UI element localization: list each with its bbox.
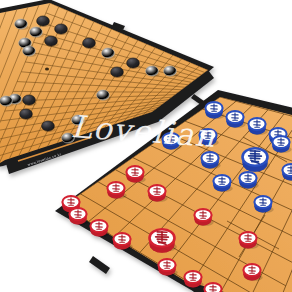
go-stone-black bbox=[83, 38, 96, 48]
janggi-piece-blue-guard bbox=[272, 136, 291, 153]
product-photo: www.lovelian.co.kr Lovelian bbox=[0, 0, 292, 292]
go-stone-white bbox=[97, 90, 110, 100]
go-stone-white bbox=[23, 46, 36, 56]
go-stone-black bbox=[42, 121, 55, 131]
janggi-piece-red-horse bbox=[69, 208, 88, 225]
go-stone-white bbox=[146, 66, 159, 76]
go-stone-white bbox=[30, 27, 43, 37]
janggi-piece-blue-soldier bbox=[254, 196, 273, 213]
janggi-piece-red-soldier bbox=[148, 185, 167, 202]
go-star-point bbox=[45, 68, 49, 71]
janggi-piece-blue-soldier bbox=[201, 152, 220, 169]
go-stone-black bbox=[55, 24, 68, 34]
go-stone-black bbox=[127, 58, 140, 68]
janggi-piece-blue-cannon bbox=[226, 111, 245, 128]
janggi-piece-blue-guard bbox=[248, 118, 267, 135]
janggi-piece-red-guard bbox=[158, 259, 177, 276]
janggi-piece-red-soldier bbox=[239, 232, 258, 249]
janggi-piece-red-soldier bbox=[126, 166, 145, 183]
janggi-piece-red-guard bbox=[113, 233, 132, 250]
janggi-case-clasp bbox=[191, 94, 204, 105]
go-stone-white bbox=[15, 19, 28, 29]
go-stone-black bbox=[45, 36, 58, 46]
go-stone-white bbox=[0, 96, 12, 106]
go-stone-black bbox=[20, 109, 33, 119]
janggi-piece-red-general bbox=[150, 229, 177, 253]
go-stone-black bbox=[37, 16, 50, 26]
janggi-piece-red-cannon bbox=[243, 264, 262, 281]
janggi-piece-red-elephant bbox=[90, 220, 109, 237]
go-stone-black bbox=[23, 95, 36, 105]
janggi-case-clasp bbox=[89, 256, 110, 274]
janggi-piece-red-soldier bbox=[194, 209, 213, 226]
janggi-piece-blue-elephant bbox=[239, 172, 258, 189]
janggi-piece-blue-soldier bbox=[213, 175, 232, 192]
go-stone-white bbox=[102, 48, 115, 58]
artwork: www.lovelian.co.kr Lovelian bbox=[0, 0, 292, 292]
go-stone-black bbox=[111, 67, 124, 77]
go-stone-white bbox=[164, 66, 177, 76]
janggi-piece-blue-general bbox=[243, 148, 270, 172]
janggi-piece-red-cannon bbox=[107, 182, 126, 199]
janggi-piece-blue-soldier bbox=[205, 102, 224, 119]
janggi-piece-red-elephant bbox=[184, 271, 203, 288]
